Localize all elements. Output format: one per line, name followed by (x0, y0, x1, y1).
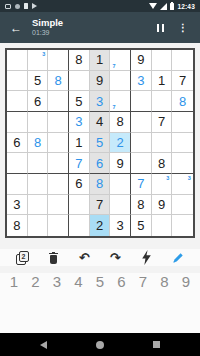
cell-r1c8[interactable] (152, 50, 173, 71)
cell-r6c6[interactable]: 9 (110, 153, 131, 174)
cell-r2c8[interactable]: 1 (152, 71, 173, 92)
cell-r2c7[interactable]: 3 (131, 71, 152, 92)
title-block: Simple 01:39 (32, 18, 63, 37)
pencil-marks: 3 (28, 51, 47, 70)
cell-r9c2[interactable] (28, 215, 49, 236)
cell-r2c2[interactable]: 5 (28, 71, 49, 92)
cell-r8c9[interactable] (172, 195, 193, 216)
number-button-7[interactable]: 7 (135, 273, 151, 290)
cell-r8c1[interactable]: 3 (7, 195, 28, 216)
number-button-8[interactable]: 8 (157, 273, 173, 290)
cell-r8c5[interactable]: 7 (90, 195, 111, 216)
cell-r7c7[interactable]: 7 (131, 174, 152, 195)
game-timer: 01:39 (32, 29, 63, 37)
cell-r8c2[interactable] (28, 195, 49, 216)
cell-r3c9[interactable]: 8 (172, 91, 193, 112)
cell-r8c3[interactable] (48, 195, 69, 216)
cell-r1c6[interactable]: 7 (110, 50, 131, 71)
cell-r1c4[interactable]: 8 (69, 50, 90, 71)
given-digit: 8 (75, 53, 82, 66)
remaining-count-toggle-button[interactable]: 2 (13, 249, 31, 266)
cell-r1c7[interactable]: 9 (131, 50, 152, 71)
given-digit: 5 (75, 95, 82, 108)
given-digit: 7 (179, 74, 186, 87)
cell-r3c8[interactable] (152, 91, 173, 112)
android-nav-bar (0, 333, 200, 356)
given-digit: 2 (96, 219, 103, 232)
given-digit: 6 (13, 136, 20, 149)
cell-r6c7[interactable] (131, 153, 152, 174)
cell-r9c6[interactable]: 3 (110, 215, 131, 236)
cell-r4c7[interactable] (131, 112, 152, 133)
status-bar: 12:43 (0, 0, 200, 12)
given-digit: 1 (75, 136, 82, 149)
given-digit: 6 (34, 95, 41, 108)
cell-r3c5[interactable]: 3 (90, 91, 111, 112)
cell-r5c4[interactable]: 1 (69, 133, 90, 154)
cell-r4c2[interactable] (28, 112, 49, 133)
cell-r6c5[interactable]: 6 (90, 153, 111, 174)
cell-r2c1[interactable] (7, 71, 28, 92)
file-icon (24, 3, 28, 9)
user-digit: 7 (137, 177, 144, 190)
given-digit: 3 (13, 198, 20, 211)
redo-button[interactable]: ↷ (107, 249, 125, 266)
number-button-1[interactable]: 1 (6, 273, 22, 290)
number-button-3[interactable]: 3 (49, 273, 65, 290)
cell-r5c2[interactable]: 8 (28, 133, 49, 154)
pencil-marks: 3 (152, 174, 171, 193)
given-digit: 8 (137, 198, 144, 211)
cell-r4c9[interactable] (172, 112, 193, 133)
user-digit: 8 (34, 136, 41, 149)
cell-r7c6[interactable] (110, 174, 131, 195)
given-digit: 6 (75, 177, 82, 190)
user-digit: 6 (96, 157, 103, 170)
cell-r7c8[interactable]: 3 (152, 174, 173, 195)
remaining-count-icon: 2 (16, 251, 29, 265)
cell-r5c6[interactable]: 2 (110, 133, 131, 154)
cell-r5c3[interactable] (48, 133, 69, 154)
user-digit: 3 (75, 115, 82, 128)
page-title: Simple (32, 18, 63, 29)
cell-r2c5[interactable]: 9 (90, 71, 111, 92)
cell-r1c2[interactable]: 3 (28, 50, 49, 71)
system-icons: 12:43 (149, 3, 195, 10)
cell-r7c3[interactable] (48, 174, 69, 195)
given-digit: 1 (158, 74, 165, 87)
sudoku-app-screen: 12:43 ← Simple 01:39 ⋮ 38179589317653783… (0, 0, 200, 356)
given-digit: 3 (117, 219, 124, 232)
cell-r3c7[interactable] (131, 91, 152, 112)
pencil-icon (171, 251, 185, 265)
cell-r7c4[interactable]: 6 (69, 174, 90, 195)
cell-r8c6[interactable] (110, 195, 131, 216)
pencil-marks: 3 (173, 174, 193, 193)
cell-r7c9[interactable]: 3 (172, 174, 193, 195)
signal-icon (160, 3, 167, 10)
cell-r8c8[interactable]: 9 (152, 195, 173, 216)
cell-r8c4[interactable] (69, 195, 90, 216)
picture-icon (5, 4, 11, 9)
cell-r9c7[interactable]: 5 (131, 215, 152, 236)
circle-icon (15, 4, 20, 9)
given-digit: 9 (158, 198, 165, 211)
number-pad: 1 2 3 4 5 6 7 8 9 (0, 273, 200, 290)
user-digit: 8 (96, 177, 103, 190)
trash-icon (49, 252, 58, 264)
cell-r6c1[interactable] (7, 153, 28, 174)
cell-r6c9[interactable] (172, 153, 193, 174)
given-digit: 9 (117, 157, 124, 170)
user-digit: 7 (75, 157, 82, 170)
cell-r5c5[interactable]: 5 (90, 133, 111, 154)
undo-button[interactable]: ↶ (75, 249, 93, 266)
cell-r3c3[interactable] (48, 91, 69, 112)
given-digit: 5 (137, 219, 144, 232)
cell-r4c5[interactable]: 4 (90, 112, 111, 133)
redo-icon: ↷ (110, 251, 121, 264)
user-digit: 2 (117, 136, 124, 149)
cell-r1c3[interactable] (48, 50, 69, 71)
cell-r1c1[interactable] (7, 50, 28, 71)
number-button-9[interactable]: 9 (178, 273, 194, 290)
cell-r2c4[interactable] (69, 71, 90, 92)
cell-r4c8[interactable]: 7 (152, 112, 173, 133)
lightning-icon (141, 250, 152, 265)
number-button-4[interactable]: 4 (71, 273, 87, 290)
number-button-6[interactable]: 6 (114, 273, 130, 290)
cell-r9c3[interactable] (48, 215, 69, 236)
cell-r5c9[interactable] (172, 133, 193, 154)
wifi-icon (149, 3, 157, 9)
cell-r9c8[interactable] (152, 215, 173, 236)
user-digit: 5 (96, 136, 103, 149)
battery-icon (170, 3, 174, 10)
erase-button[interactable] (44, 249, 62, 266)
given-digit: 1 (96, 53, 103, 66)
given-digit: 7 (158, 115, 165, 128)
back-button[interactable]: ← (10, 22, 22, 34)
nav-home-button[interactable] (96, 341, 104, 349)
cell-r9c5[interactable]: 2 (90, 215, 111, 236)
given-digit: 8 (13, 219, 20, 232)
cell-r3c1[interactable] (7, 91, 28, 112)
clock-text: 12:43 (177, 3, 195, 10)
hint-button[interactable] (138, 249, 156, 266)
cell-r7c5[interactable]: 8 (90, 174, 111, 195)
given-digit: 9 (96, 74, 103, 87)
cell-r9c1[interactable]: 8 (7, 215, 28, 236)
cell-r3c4[interactable]: 5 (69, 91, 90, 112)
notification-icons (5, 3, 37, 9)
given-digit: 9 (137, 53, 144, 66)
cell-r6c4[interactable]: 7 (69, 153, 90, 174)
user-digit: 3 (137, 74, 144, 87)
cell-r3c2[interactable]: 6 (28, 91, 49, 112)
cell-r2c3[interactable]: 8 (48, 71, 69, 92)
user-digit: 3 (96, 95, 103, 108)
app-bar: ← Simple 01:39 ⋮ (0, 12, 200, 43)
cell-r2c6[interactable] (110, 71, 131, 92)
cell-r5c8[interactable] (152, 133, 173, 154)
number-button-2[interactable]: 2 (28, 273, 44, 290)
given-digit: 8 (117, 115, 124, 128)
sudoku-board: 3817958931765378348768152769868733378982… (5, 48, 195, 238)
pencil-marks: 7 (111, 92, 130, 111)
cell-r7c1[interactable] (7, 174, 28, 195)
given-digit: 8 (158, 157, 165, 170)
user-digit: 8 (179, 95, 186, 108)
cell-r6c2[interactable] (28, 153, 49, 174)
pencil-mode-button[interactable] (169, 249, 187, 266)
cell-r9c4[interactable] (69, 215, 90, 236)
given-digit: 4 (96, 115, 103, 128)
cell-r1c5[interactable]: 1 (90, 50, 111, 71)
toolbar: 2 ↶ ↷ (0, 249, 200, 266)
cell-r4c6[interactable]: 8 (110, 112, 131, 133)
play-icon (32, 3, 37, 9)
cell-r4c1[interactable] (7, 112, 28, 133)
user-digit: 8 (55, 74, 62, 87)
cell-r3c6[interactable]: 7 (110, 91, 131, 112)
cell-r9c9[interactable] (172, 215, 193, 236)
cell-r4c4[interactable]: 3 (69, 112, 90, 133)
overflow-menu-button[interactable]: ⋮ (176, 23, 190, 33)
cell-r6c3[interactable] (48, 153, 69, 174)
nav-back-button[interactable] (40, 341, 47, 349)
cell-r1c9[interactable] (172, 50, 193, 71)
number-button-5[interactable]: 5 (92, 273, 108, 290)
cell-r6c8[interactable]: 8 (152, 153, 173, 174)
cell-r7c2[interactable] (28, 174, 49, 195)
pause-button[interactable] (155, 22, 166, 34)
nav-recents-button[interactable] (153, 341, 160, 348)
given-digit: 5 (34, 74, 41, 87)
cell-r5c1[interactable]: 6 (7, 133, 28, 154)
cell-r5c7[interactable] (131, 133, 152, 154)
cell-r4c3[interactable] (48, 112, 69, 133)
pencil-marks: 7 (111, 51, 130, 70)
cell-r2c9[interactable]: 7 (172, 71, 193, 92)
given-digit: 7 (96, 198, 103, 211)
cell-r8c7[interactable]: 8 (131, 195, 152, 216)
undo-icon: ↶ (79, 251, 90, 264)
